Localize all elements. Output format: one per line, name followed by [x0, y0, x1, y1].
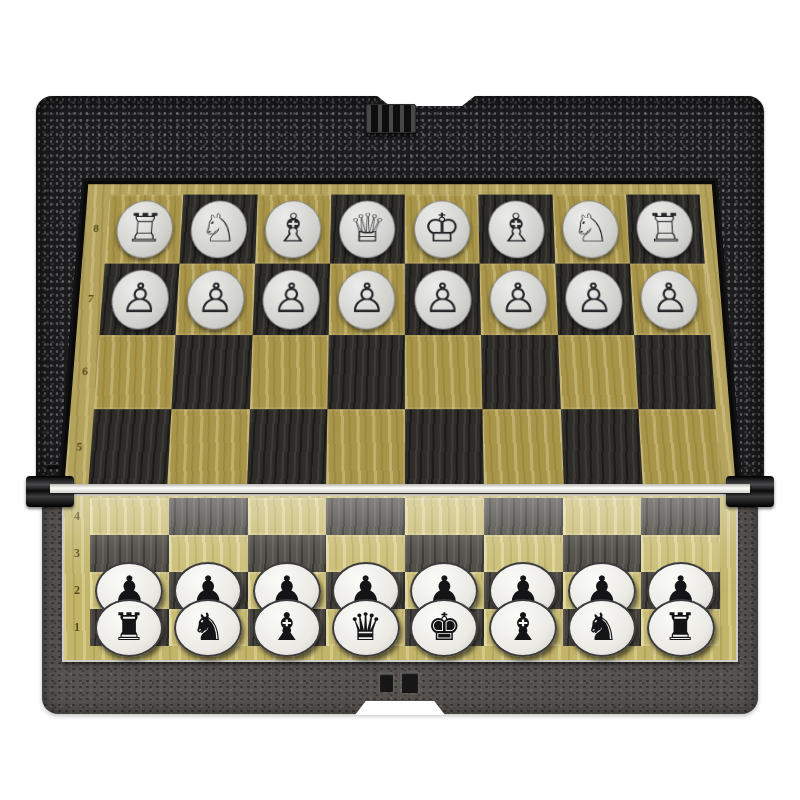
square-b4 — [169, 498, 248, 535]
white-pawn-c7: ♙ — [262, 269, 321, 329]
square-g7: ♙ — [555, 264, 634, 336]
board-top-half: 8 7 6 5 ♖♘♗♕♔♗♘♖♙♙♙♙♙♙♙♙ — [60, 181, 740, 490]
piece-glyph: ♝ — [506, 608, 540, 646]
white-pawn-a7: ♙ — [109, 269, 170, 329]
square-e8: ♔ — [405, 195, 480, 264]
square-d7: ♙ — [328, 264, 404, 336]
latch-slot-small — [380, 674, 393, 692]
square-a6 — [94, 335, 176, 409]
square-b1: ♞ — [169, 609, 248, 646]
square-b6 — [172, 335, 252, 409]
bottom-flap-case: 4 3 2 1 ♟♟♟♟♟♟♟♟♜♞♝♛♚♝♞♜ — [42, 492, 758, 714]
square-a1: ♜ — [90, 609, 169, 646]
piece-glyph: ♙ — [423, 278, 462, 319]
white-pawn-e7: ♙ — [414, 269, 472, 329]
black-king-e1: ♚ — [410, 599, 478, 657]
board-grid-ranks-8-to-5: ♖♘♗♕♔♗♘♖♙♙♙♙♙♙♙♙ — [88, 195, 721, 486]
white-knight-g8: ♘ — [561, 200, 620, 258]
square-c8: ♗ — [255, 195, 331, 264]
black-bishop-f1: ♝ — [489, 599, 557, 657]
square-h7: ♙ — [630, 264, 710, 336]
square-e7: ♙ — [405, 264, 481, 336]
square-d1: ♛ — [326, 609, 405, 646]
piece-glyph: ♙ — [195, 278, 235, 319]
square-e6 — [405, 335, 483, 409]
rank-label-3: 3 — [64, 535, 90, 572]
piece-glyph: ♝ — [270, 608, 304, 646]
piece-glyph: ♚ — [427, 608, 461, 646]
piece-glyph: ♕ — [348, 208, 386, 247]
piece-glyph: ♗ — [274, 208, 313, 247]
latch-slot-large — [402, 673, 418, 693]
square-f5 — [483, 409, 564, 486]
square-g5 — [560, 409, 642, 486]
square-e5 — [405, 409, 484, 486]
white-king-e8: ♔ — [414, 200, 471, 258]
piece-glyph: ♙ — [271, 278, 311, 319]
square-b5 — [167, 409, 249, 486]
piece-glyph: ♙ — [499, 278, 539, 319]
square-c6 — [249, 335, 328, 409]
white-bishop-f8: ♗ — [487, 200, 545, 258]
white-rook-h8: ♖ — [635, 200, 695, 258]
square-a7: ♙ — [99, 264, 179, 336]
square-d8: ♕ — [330, 195, 405, 264]
white-pawn-h7: ♙ — [639, 269, 700, 329]
piece-glyph: ♞ — [191, 608, 225, 646]
square-h5 — [638, 409, 722, 486]
piece-glyph: ♖ — [645, 208, 685, 247]
square-g4 — [563, 498, 642, 535]
square-a4 — [90, 498, 169, 535]
latch-clasp — [366, 104, 416, 133]
piece-glyph: ♙ — [649, 278, 690, 319]
white-bishop-c8: ♗ — [264, 200, 322, 258]
white-queen-d8: ♕ — [339, 200, 396, 258]
piece-glyph: ♙ — [574, 278, 614, 319]
square-f8: ♗ — [478, 195, 554, 264]
rank-labels-bottom: 4 3 2 1 — [64, 498, 90, 646]
black-rook-a1: ♜ — [95, 599, 163, 657]
square-d6 — [327, 335, 405, 409]
square-h4 — [641, 498, 720, 535]
square-a8: ♖ — [105, 195, 184, 264]
piece-glyph: ♔ — [423, 208, 461, 247]
square-h1: ♜ — [641, 609, 720, 646]
piece-glyph: ♛ — [349, 608, 383, 646]
square-e1: ♚ — [405, 609, 484, 646]
white-pawn-f7: ♙ — [489, 269, 548, 329]
white-pawn-d7: ♙ — [338, 269, 396, 329]
square-f1: ♝ — [484, 609, 563, 646]
rank-label-2: 2 — [64, 572, 90, 609]
piece-glyph: ♘ — [199, 208, 239, 247]
square-g1: ♞ — [563, 609, 642, 646]
white-pawn-b7: ♙ — [185, 269, 245, 329]
piece-glyph: ♞ — [585, 608, 619, 646]
pocket-chess-set-photo: 8 7 6 5 ♖♘♗♕♔♗♘♖♙♙♙♙♙♙♙♙ 4 3 2 1 ♟♟♟♟♟♟♟… — [0, 0, 800, 800]
piece-glyph: ♜ — [112, 608, 146, 646]
square-d5 — [326, 409, 405, 486]
black-knight-g1: ♞ — [568, 599, 636, 657]
fold-hinge-line — [50, 484, 750, 493]
square-f6 — [481, 335, 560, 409]
black-rook-h1: ♜ — [647, 599, 715, 657]
square-g6 — [558, 335, 639, 409]
square-f4 — [484, 498, 563, 535]
piece-glyph: ♙ — [119, 278, 160, 319]
square-a5 — [88, 409, 171, 486]
black-bishop-c1: ♝ — [253, 599, 321, 657]
square-b8: ♘ — [180, 195, 258, 264]
square-c1: ♝ — [248, 609, 327, 646]
board-grid-ranks-4-to-1: ♟♟♟♟♟♟♟♟♜♞♝♛♚♝♞♜ — [90, 498, 720, 646]
board-bottom-half: 4 3 2 1 ♟♟♟♟♟♟♟♟♜♞♝♛♚♝♞♜ — [62, 494, 738, 662]
square-b7: ♙ — [176, 264, 255, 336]
rank-label-1: 1 — [64, 609, 90, 646]
bottom-case-notch — [355, 701, 445, 715]
square-h6 — [634, 335, 716, 409]
square-c5 — [247, 409, 328, 486]
square-g8: ♘ — [552, 195, 630, 264]
piece-glyph: ♙ — [347, 278, 386, 319]
top-flap-case: 8 7 6 5 ♖♘♗♕♔♗♘♖♙♙♙♙♙♙♙♙ — [36, 96, 764, 490]
square-e4 — [405, 498, 484, 535]
square-c4 — [248, 498, 327, 535]
white-pawn-g7: ♙ — [564, 269, 624, 329]
black-knight-b1: ♞ — [174, 599, 242, 657]
white-rook-a8: ♖ — [114, 200, 174, 258]
piece-glyph: ♗ — [497, 208, 536, 247]
black-queen-d1: ♛ — [332, 599, 400, 657]
piece-glyph: ♜ — [664, 608, 698, 646]
square-d4 — [326, 498, 405, 535]
white-knight-b8: ♘ — [189, 200, 248, 258]
piece-glyph: ♘ — [571, 208, 611, 247]
square-c7: ♙ — [252, 264, 330, 336]
square-f7: ♙ — [480, 264, 558, 336]
square-h8: ♖ — [626, 195, 705, 264]
piece-glyph: ♖ — [124, 208, 164, 247]
